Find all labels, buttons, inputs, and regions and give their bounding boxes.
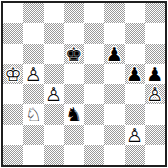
square-d2[interactable] [64,125,84,145]
square-f6[interactable]: ♟ [104,44,124,64]
square-d7[interactable] [64,23,84,43]
chess-board-frame: ♚♟♔♙♟♟♙♙♘♞♙ [0,0,168,168]
square-e1[interactable] [84,145,104,165]
square-c3[interactable] [44,104,64,124]
piece-black-king: ♚ [65,44,82,64]
piece-white-knight: ♘ [25,104,42,124]
square-a5[interactable]: ♔ [3,64,23,84]
square-c1[interactable] [44,145,64,165]
square-g6[interactable] [125,44,145,64]
square-d8[interactable] [64,3,84,23]
square-b3[interactable]: ♘ [23,104,43,124]
square-c8[interactable] [44,3,64,23]
square-h2[interactable] [145,125,165,145]
square-f2[interactable] [104,125,124,145]
square-g4[interactable] [125,84,145,104]
square-a1[interactable] [3,145,23,165]
square-h4[interactable]: ♙ [145,84,165,104]
square-h7[interactable] [145,23,165,43]
piece-black-pawn: ♟ [146,64,163,84]
square-a7[interactable] [3,23,23,43]
piece-black-pawn: ♟ [126,64,143,84]
square-c5[interactable] [44,64,64,84]
square-b4[interactable] [23,84,43,104]
square-g3[interactable] [125,104,145,124]
square-e3[interactable] [84,104,104,124]
square-e6[interactable] [84,44,104,64]
square-f8[interactable] [104,3,124,23]
square-f5[interactable] [104,64,124,84]
square-e5[interactable] [84,64,104,84]
square-g2[interactable]: ♙ [125,125,145,145]
square-c4[interactable]: ♙ [44,84,64,104]
square-h8[interactable] [145,3,165,23]
square-e8[interactable] [84,3,104,23]
square-a6[interactable] [3,44,23,64]
square-h6[interactable] [145,44,165,64]
square-b5[interactable]: ♙ [23,64,43,84]
square-h5[interactable]: ♟ [145,64,165,84]
square-b6[interactable] [23,44,43,64]
square-a8[interactable] [3,3,23,23]
square-a3[interactable] [3,104,23,124]
square-f1[interactable] [104,145,124,165]
square-g8[interactable] [125,3,145,23]
piece-black-pawn: ♟ [106,44,123,64]
square-g1[interactable] [125,145,145,165]
square-a4[interactable] [3,84,23,104]
square-d6[interactable]: ♚ [64,44,84,64]
square-b1[interactable] [23,145,43,165]
square-h3[interactable] [145,104,165,124]
square-a2[interactable] [3,125,23,145]
square-b2[interactable] [23,125,43,145]
square-f7[interactable] [104,23,124,43]
chess-board: ♚♟♔♙♟♟♙♙♘♞♙ [1,1,167,167]
square-e4[interactable] [84,84,104,104]
square-f4[interactable] [104,84,124,104]
square-b8[interactable] [23,3,43,23]
square-h1[interactable] [145,145,165,165]
square-g7[interactable] [125,23,145,43]
square-d5[interactable] [64,64,84,84]
piece-white-pawn: ♙ [126,125,143,145]
square-b7[interactable] [23,23,43,43]
piece-white-pawn: ♙ [45,84,62,104]
square-c7[interactable] [44,23,64,43]
square-c2[interactable] [44,125,64,145]
square-d3[interactable]: ♞ [64,104,84,124]
square-d1[interactable] [64,145,84,165]
piece-white-pawn: ♙ [146,84,163,104]
piece-black-knight: ♞ [65,104,82,124]
piece-white-king: ♔ [5,64,22,84]
square-d4[interactable] [64,84,84,104]
square-g5[interactable]: ♟ [125,64,145,84]
square-e2[interactable] [84,125,104,145]
square-c6[interactable] [44,44,64,64]
square-e7[interactable] [84,23,104,43]
piece-white-pawn: ♙ [25,64,42,84]
square-f3[interactable] [104,104,124,124]
